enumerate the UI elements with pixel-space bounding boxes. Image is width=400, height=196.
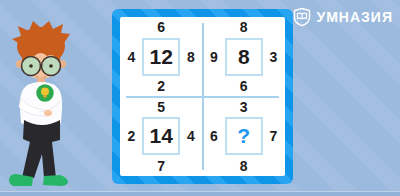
cell-right: 3: [270, 50, 278, 64]
cell-left: 2: [128, 129, 136, 143]
center-answer-box: 8: [225, 38, 263, 76]
book-shield-icon: [292, 7, 312, 27]
cell-right: 4: [187, 129, 195, 143]
center-answer-box: 14: [142, 117, 180, 155]
quadrant-bottom-left: 5 2 14 4 7: [120, 97, 203, 177]
quadrant-bottom-right: 3 6 ? 7 8: [203, 97, 286, 177]
cell-top: 5: [157, 100, 165, 114]
cell-right: 8: [187, 50, 195, 64]
puzzle-board-frame: 6 4 12 8 2 8 9 8 3 6 5 2 14 4 7 3: [112, 9, 293, 184]
quadrant-top-left: 6 4 12 8 2: [120, 17, 203, 97]
hand: [44, 110, 52, 116]
quadrant-top-right: 8 9 8 3 6: [203, 17, 286, 97]
cell-left: 6: [210, 129, 218, 143]
bottom-edge-strip: [0, 191, 400, 196]
lightbulb-badge-icon: [36, 84, 55, 103]
center-answer-box: 12: [142, 38, 180, 76]
cell-left: 9: [210, 50, 218, 64]
mascot-boy-illustration: [2, 20, 94, 194]
cell-left: 4: [128, 50, 136, 64]
puzzle-board: 6 4 12 8 2 8 9 8 3 6 5 2 14 4 7 3: [120, 17, 285, 176]
logo-text: УМНАЗИЯ: [317, 9, 394, 25]
cell-bottom: 7: [157, 159, 165, 173]
cell-bottom: 6: [240, 79, 248, 93]
puzzle-card: УМНАЗИЯ: [0, 0, 400, 196]
cell-top: 3: [240, 100, 248, 114]
missing-answer-box[interactable]: ?: [225, 117, 263, 155]
cell-bottom: 8: [240, 159, 248, 173]
cell-right: 7: [270, 129, 278, 143]
cell-top: 6: [157, 20, 165, 34]
cell-top: 8: [240, 20, 248, 34]
umnazia-logo[interactable]: УМНАЗИЯ: [292, 7, 394, 27]
cell-bottom: 2: [157, 79, 165, 93]
